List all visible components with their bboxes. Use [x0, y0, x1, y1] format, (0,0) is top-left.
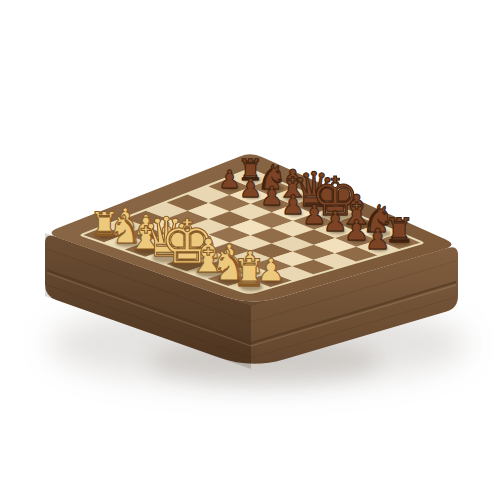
chess-board-render: [0, 0, 500, 500]
chess-set-photo: ♜♞♝♛♚♝♞♜♟♟♟♟♟♟♟♟♟♟♟♟♟♟♟♟♜♞♝♛♚♝♞♜: [0, 0, 500, 500]
